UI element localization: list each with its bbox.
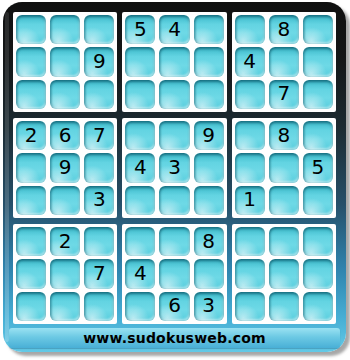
sudoku-box: 943 [122, 118, 226, 218]
sudoku-cell-given: 8 [269, 121, 299, 150]
cell-digit: 5 [312, 157, 325, 177]
sudoku-cell[interactable] [303, 47, 333, 76]
sudoku-cell-given: 7 [269, 80, 299, 109]
sudoku-cell[interactable] [159, 259, 189, 288]
cell-digit: 2 [25, 125, 38, 145]
cell-digit: 9 [59, 157, 72, 177]
sudoku-cell[interactable] [194, 186, 224, 215]
sudoku-cell[interactable] [16, 47, 46, 76]
sudoku-cell[interactable] [303, 292, 333, 321]
sudoku-cell[interactable] [84, 80, 114, 109]
sudoku-cell-given: 8 [194, 227, 224, 256]
cell-digit: 7 [93, 263, 106, 283]
sudoku-cell[interactable] [303, 80, 333, 109]
sudoku-cell[interactable] [16, 186, 46, 215]
sudoku-cell-given: 5 [303, 153, 333, 182]
sudoku-box: 26793 [13, 118, 117, 218]
sudoku-cell-given: 4 [125, 259, 155, 288]
cell-digit: 3 [93, 189, 106, 209]
sudoku-cell-given: 4 [159, 15, 189, 44]
sudoku-cell[interactable] [84, 227, 114, 256]
sudoku-cell[interactable] [235, 227, 265, 256]
sudoku-cell[interactable] [159, 227, 189, 256]
sudoku-cell[interactable] [303, 15, 333, 44]
sudoku-cell-given: 8 [269, 15, 299, 44]
sudoku-cell[interactable] [194, 15, 224, 44]
sudoku-cell[interactable] [159, 121, 189, 150]
cell-digit: 9 [202, 125, 215, 145]
sudoku-cell-given: 6 [50, 121, 80, 150]
cell-digit: 3 [168, 157, 181, 177]
cell-digit: 8 [277, 19, 290, 39]
sudoku-cell[interactable] [159, 186, 189, 215]
cell-digit: 3 [202, 295, 215, 315]
sudoku-cell[interactable] [125, 80, 155, 109]
cell-digit: 1 [243, 189, 256, 209]
sudoku-cell-given: 2 [50, 227, 80, 256]
website-url: www.sudokusweb.com [83, 330, 266, 346]
sudoku-cell[interactable] [125, 121, 155, 150]
sudoku-cell-given: 3 [84, 186, 114, 215]
sudoku-cell[interactable] [125, 186, 155, 215]
sudoku-box: 8463 [122, 224, 226, 324]
sudoku-cell[interactable] [16, 259, 46, 288]
sudoku-cell[interactable] [50, 15, 80, 44]
sudoku-cell[interactable] [125, 47, 155, 76]
sudoku-cell[interactable] [125, 227, 155, 256]
sudoku-cell-given: 7 [84, 259, 114, 288]
sudoku-cell-given: 9 [50, 153, 80, 182]
sudoku-cell-given: 1 [235, 186, 265, 215]
cell-digit: 6 [168, 295, 181, 315]
sudoku-cell[interactable] [125, 292, 155, 321]
sudoku-cell-given: 4 [125, 153, 155, 182]
sudoku-cell[interactable] [269, 259, 299, 288]
sudoku-cell[interactable] [194, 80, 224, 109]
sudoku-cell-given: 9 [84, 47, 114, 76]
sudoku-cell[interactable] [16, 227, 46, 256]
sudoku-cell-given: 6 [159, 292, 189, 321]
cell-digit: 6 [59, 125, 72, 145]
sudoku-cell-given: 9 [194, 121, 224, 150]
sudoku-cell[interactable] [235, 15, 265, 44]
cell-digit: 8 [202, 231, 215, 251]
sudoku-grid: 95484726793943851278463 [13, 12, 336, 324]
sudoku-cell[interactable] [16, 80, 46, 109]
sudoku-cell[interactable] [84, 153, 114, 182]
sudoku-cell[interactable] [84, 292, 114, 321]
sudoku-cell-given: 3 [159, 153, 189, 182]
cell-digit: 4 [134, 157, 147, 177]
footer-bar: www.sudokusweb.com [9, 328, 340, 348]
sudoku-cell[interactable] [50, 80, 80, 109]
sudoku-cell-given: 5 [125, 15, 155, 44]
cell-digit: 4 [134, 263, 147, 283]
sudoku-cell[interactable] [303, 186, 333, 215]
sudoku-cell[interactable] [16, 292, 46, 321]
sudoku-cell[interactable] [303, 121, 333, 150]
sudoku-cell-given: 7 [84, 121, 114, 150]
sudoku-cell[interactable] [235, 153, 265, 182]
sudoku-board: 95484726793943851278463 www.sudokusweb.c… [3, 2, 346, 352]
sudoku-cell[interactable] [159, 80, 189, 109]
cell-digit: 4 [243, 51, 256, 71]
sudoku-cell[interactable] [303, 259, 333, 288]
sudoku-cell[interactable] [194, 153, 224, 182]
sudoku-cell[interactable] [235, 80, 265, 109]
sudoku-cell[interactable] [269, 227, 299, 256]
cell-digit: 8 [277, 125, 290, 145]
sudoku-cell[interactable] [235, 292, 265, 321]
cell-digit: 2 [59, 231, 72, 251]
sudoku-box: 847 [232, 12, 336, 112]
sudoku-cell-given: 4 [235, 47, 265, 76]
cell-digit: 7 [277, 83, 290, 103]
sudoku-box: 9 [13, 12, 117, 112]
sudoku-cell[interactable] [50, 292, 80, 321]
sudoku-cell[interactable] [50, 186, 80, 215]
sudoku-cell-given: 2 [16, 121, 46, 150]
sudoku-cell[interactable] [269, 292, 299, 321]
sudoku-cell[interactable] [303, 227, 333, 256]
sudoku-box: 851 [232, 118, 336, 218]
sudoku-cell[interactable] [194, 259, 224, 288]
sudoku-cell[interactable] [50, 259, 80, 288]
sudoku-box: 27 [13, 224, 117, 324]
sudoku-cell[interactable] [269, 186, 299, 215]
sudoku-cell[interactable] [159, 47, 189, 76]
sudoku-cell[interactable] [194, 47, 224, 76]
sudoku-cell[interactable] [269, 47, 299, 76]
sudoku-cell[interactable] [16, 15, 46, 44]
sudoku-cell[interactable] [84, 15, 114, 44]
sudoku-cell[interactable] [235, 121, 265, 150]
cell-digit: 5 [134, 19, 147, 39]
cell-digit: 7 [93, 125, 106, 145]
sudoku-cell[interactable] [50, 47, 80, 76]
sudoku-cell[interactable] [235, 259, 265, 288]
sudoku-box [232, 224, 336, 324]
sudoku-cell-given: 3 [194, 292, 224, 321]
sudoku-cell[interactable] [269, 153, 299, 182]
cell-digit: 9 [93, 51, 106, 71]
sudoku-cell[interactable] [16, 153, 46, 182]
sudoku-box: 54 [122, 12, 226, 112]
cell-digit: 4 [168, 19, 181, 39]
